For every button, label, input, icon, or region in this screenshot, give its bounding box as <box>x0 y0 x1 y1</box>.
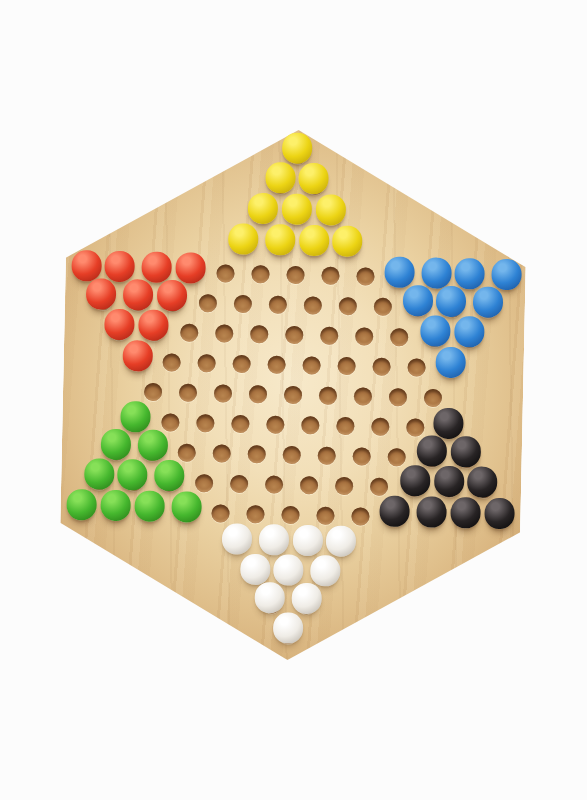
hole-9-3[interactable] <box>231 415 249 433</box>
hole-8-0[interactable] <box>144 383 162 401</box>
hole-11-8[interactable] <box>369 478 387 496</box>
hole-10-7[interactable] <box>353 447 371 465</box>
hole-12-6[interactable] <box>281 506 299 524</box>
hole-5-3[interactable] <box>198 294 216 312</box>
peg-layer <box>58 125 529 665</box>
peg-green[interactable] <box>67 489 98 521</box>
peg-white[interactable] <box>310 555 341 587</box>
hole-8-3[interactable] <box>249 385 267 403</box>
peg-black[interactable] <box>484 498 515 530</box>
hole-6-4[interactable] <box>250 325 268 343</box>
hole-7-4[interactable] <box>267 355 285 373</box>
hole-9-4[interactable] <box>266 415 284 433</box>
peg-blue[interactable] <box>455 258 486 290</box>
hole-9-6[interactable] <box>336 417 354 435</box>
hole-6-2[interactable] <box>180 324 198 342</box>
peg-red[interactable] <box>86 278 117 310</box>
peg-white[interactable] <box>258 524 289 556</box>
hole-7-1[interactable] <box>162 353 180 371</box>
peg-black[interactable] <box>417 435 448 467</box>
hole-7-8[interactable] <box>407 358 425 376</box>
hole-10-8[interactable] <box>388 448 406 466</box>
peg-blue[interactable] <box>384 257 415 289</box>
hole-10-6[interactable] <box>318 447 336 465</box>
peg-red[interactable] <box>157 280 188 312</box>
hole-8-8[interactable] <box>424 389 442 407</box>
peg-yellow[interactable] <box>282 193 313 225</box>
hole-7-5[interactable] <box>302 356 320 374</box>
peg-white[interactable] <box>292 582 323 614</box>
peg-black[interactable] <box>433 466 464 498</box>
peg-blue[interactable] <box>435 347 466 379</box>
peg-red[interactable] <box>105 251 136 283</box>
hole-9-8[interactable] <box>406 418 424 436</box>
hole-7-3[interactable] <box>232 355 250 373</box>
hole-8-6[interactable] <box>354 387 372 405</box>
hole-10-2[interactable] <box>178 444 196 462</box>
hole-4-6[interactable] <box>286 266 304 284</box>
peg-green[interactable] <box>154 460 185 492</box>
peg-red[interactable] <box>142 252 173 284</box>
peg-black[interactable] <box>400 465 431 497</box>
peg-green[interactable] <box>120 401 151 433</box>
peg-yellow[interactable] <box>282 132 313 164</box>
hole-5-6[interactable] <box>303 296 321 314</box>
peg-yellow[interactable] <box>265 162 296 194</box>
peg-white[interactable] <box>222 523 253 555</box>
peg-blue[interactable] <box>491 259 522 291</box>
peg-blue[interactable] <box>473 286 504 318</box>
peg-red[interactable] <box>123 279 154 311</box>
hole-5-8[interactable] <box>373 298 391 316</box>
peg-blue[interactable] <box>421 257 452 289</box>
hole-8-5[interactable] <box>319 387 337 405</box>
hole-6-5[interactable] <box>285 326 303 344</box>
hole-6-8[interactable] <box>390 328 408 346</box>
hole-6-7[interactable] <box>355 327 373 345</box>
peg-green[interactable] <box>134 490 165 522</box>
peg-blue[interactable] <box>454 316 485 348</box>
hole-5-7[interactable] <box>338 297 356 315</box>
hole-7-7[interactable] <box>372 358 390 376</box>
peg-green[interactable] <box>100 490 131 522</box>
hole-8-4[interactable] <box>284 386 302 404</box>
hole-10-5[interactable] <box>283 446 301 464</box>
hole-11-5[interactable] <box>264 475 282 493</box>
peg-white[interactable] <box>255 582 286 614</box>
hole-9-7[interactable] <box>371 418 389 436</box>
hole-11-3[interactable] <box>194 474 212 492</box>
peg-red[interactable] <box>138 310 169 342</box>
hole-12-4[interactable] <box>211 504 229 522</box>
hole-4-4[interactable] <box>216 264 234 282</box>
hole-10-3[interactable] <box>213 444 231 462</box>
hole-9-5[interactable] <box>301 416 319 434</box>
peg-yellow[interactable] <box>315 194 346 226</box>
peg-black[interactable] <box>450 436 481 468</box>
peg-black[interactable] <box>433 408 464 440</box>
peg-white[interactable] <box>326 525 357 557</box>
peg-green[interactable] <box>100 428 131 460</box>
peg-black[interactable] <box>380 495 411 527</box>
hole-10-4[interactable] <box>248 445 266 463</box>
peg-yellow[interactable] <box>332 225 363 257</box>
peg-yellow[interactable] <box>228 223 259 255</box>
hole-5-5[interactable] <box>268 295 286 313</box>
hole-9-2[interactable] <box>196 414 214 432</box>
peg-green[interactable] <box>171 491 202 523</box>
peg-red[interactable] <box>104 309 135 341</box>
hole-12-7[interactable] <box>316 507 334 525</box>
product-photo <box>0 0 587 800</box>
peg-blue[interactable] <box>436 285 467 317</box>
peg-black[interactable] <box>416 496 447 528</box>
peg-white[interactable] <box>273 613 304 645</box>
peg-black[interactable] <box>467 467 498 499</box>
peg-yellow[interactable] <box>299 163 330 195</box>
peg-white[interactable] <box>240 554 271 586</box>
hole-6-6[interactable] <box>320 327 338 345</box>
chinese-checkers-board <box>58 125 529 665</box>
hole-7-6[interactable] <box>337 357 355 375</box>
hole-9-1[interactable] <box>161 413 179 431</box>
hole-11-4[interactable] <box>229 475 247 493</box>
peg-green[interactable] <box>117 459 148 491</box>
hole-11-6[interactable] <box>299 476 317 494</box>
peg-blue[interactable] <box>420 316 451 348</box>
hole-5-4[interactable] <box>233 295 251 313</box>
peg-yellow[interactable] <box>248 193 279 225</box>
peg-red[interactable] <box>71 250 102 282</box>
peg-yellow[interactable] <box>298 224 329 256</box>
hole-4-5[interactable] <box>251 265 269 283</box>
hole-12-5[interactable] <box>246 505 264 523</box>
peg-white[interactable] <box>292 524 323 556</box>
peg-green[interactable] <box>83 459 114 491</box>
hole-4-8[interactable] <box>356 267 374 285</box>
peg-white[interactable] <box>273 554 304 586</box>
peg-blue[interactable] <box>402 285 433 317</box>
peg-red[interactable] <box>175 252 206 284</box>
hole-8-7[interactable] <box>389 388 407 406</box>
peg-green[interactable] <box>137 429 168 461</box>
peg-red[interactable] <box>122 340 153 372</box>
hole-8-1[interactable] <box>179 384 197 402</box>
hole-4-7[interactable] <box>321 267 339 285</box>
hole-7-2[interactable] <box>197 354 215 372</box>
hole-6-3[interactable] <box>215 324 233 342</box>
hole-8-2[interactable] <box>214 384 232 402</box>
peg-yellow[interactable] <box>265 224 296 256</box>
peg-black[interactable] <box>450 497 481 529</box>
hole-11-7[interactable] <box>334 477 352 495</box>
hole-12-8[interactable] <box>351 507 369 525</box>
